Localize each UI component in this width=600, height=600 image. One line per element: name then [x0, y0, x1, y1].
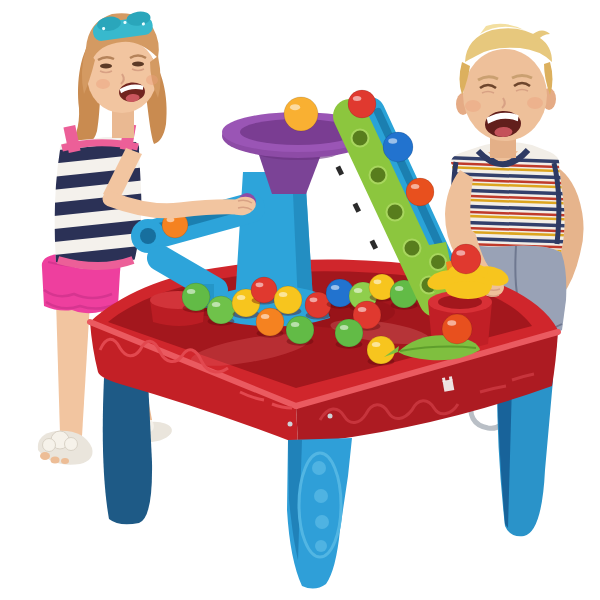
rivet — [328, 414, 333, 419]
scene-svg — [0, 0, 600, 600]
ball-highlight — [374, 279, 382, 284]
ball-highlight — [261, 314, 269, 319]
boy-cheek-left — [465, 100, 481, 112]
ball-highlight — [354, 288, 362, 293]
ball-highlight — [212, 302, 220, 307]
play-ball — [251, 277, 277, 303]
ball-highlight — [290, 104, 300, 110]
table-leg-left — [103, 378, 152, 524]
connector-hole — [430, 254, 446, 270]
ball-highlight — [456, 250, 465, 255]
catcher-ball — [451, 244, 481, 274]
play-ball — [348, 90, 376, 118]
leg-bump — [312, 461, 326, 475]
leg-bump — [315, 515, 329, 529]
ball-highlight — [358, 307, 366, 312]
play-ball — [256, 308, 284, 336]
flower-front-petal — [446, 281, 490, 299]
ball-highlight — [331, 285, 339, 290]
ball-highlight — [353, 96, 361, 101]
leg-bump — [315, 540, 327, 552]
ball-highlight — [310, 297, 318, 302]
girl-neck — [112, 110, 134, 138]
ball-highlight — [237, 295, 245, 300]
play-ball — [207, 296, 235, 324]
ball-highlight — [372, 342, 380, 347]
leaf-ball — [442, 314, 472, 344]
play-ball — [286, 316, 314, 344]
leg-bump — [314, 489, 328, 503]
ball-highlight — [388, 138, 397, 143]
play-ball — [383, 132, 413, 162]
play-ball — [406, 178, 434, 206]
ball-highlight — [256, 282, 264, 287]
chain-hole — [387, 204, 404, 221]
ball-highlight — [411, 184, 419, 189]
play-ball — [442, 314, 472, 344]
girl-eye-right — [132, 62, 144, 67]
play-ball — [274, 286, 302, 314]
play-ball — [182, 283, 210, 311]
play-ball — [367, 336, 395, 364]
ball-highlight — [340, 325, 348, 330]
ball-highlight — [291, 322, 299, 327]
play-ball — [335, 319, 363, 347]
girl-cheek-right — [146, 75, 158, 85]
play-ball — [451, 244, 481, 274]
rivet — [288, 422, 293, 427]
play-ball — [284, 97, 318, 131]
ball-highlight — [447, 320, 456, 325]
chain-hole — [404, 240, 421, 257]
ball-highlight — [187, 289, 195, 294]
chain-hole — [370, 167, 387, 184]
product-photo: Two laughing toddlers - a girl with stra… — [0, 0, 600, 600]
girl-eye-left — [100, 64, 112, 69]
ball-highlight — [395, 286, 403, 291]
chute-end-hole — [140, 228, 156, 244]
ball-highlight — [279, 292, 287, 297]
disc-ball — [284, 97, 318, 131]
chain-hole — [352, 130, 369, 147]
boy-cheek-right — [527, 97, 543, 109]
girl-cheek-left — [96, 79, 110, 89]
